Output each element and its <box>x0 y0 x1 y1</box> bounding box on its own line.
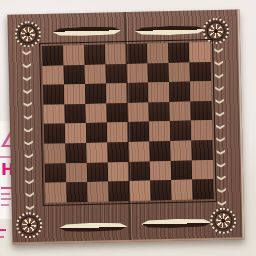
square-r2c6[interactable] <box>148 63 169 83</box>
square-r8c5[interactable] <box>129 181 150 201</box>
square-r4c1[interactable] <box>43 104 64 124</box>
square-r4c3[interactable] <box>85 103 106 123</box>
chevron-icon <box>215 99 224 104</box>
rosette-icon-bottom-right <box>210 208 237 235</box>
square-r7c2[interactable] <box>66 162 87 182</box>
square-r1c8[interactable] <box>189 42 210 62</box>
square-r4c4[interactable] <box>106 103 127 123</box>
square-r3c1[interactable] <box>43 85 64 105</box>
magenta-print-mark <box>0 236 4 238</box>
magenta-print-mark <box>0 229 6 231</box>
square-r3c2[interactable] <box>64 84 85 104</box>
square-r7c6[interactable] <box>150 161 171 181</box>
chevron-icon <box>217 201 226 206</box>
chevron-icon <box>216 163 225 168</box>
square-r4c5[interactable] <box>127 102 148 122</box>
square-r1c4[interactable] <box>105 44 126 64</box>
square-r3c8[interactable] <box>190 81 211 101</box>
square-r3c3[interactable] <box>85 84 106 104</box>
chevron-icon <box>23 115 32 120</box>
square-r6c2[interactable] <box>65 143 86 163</box>
square-r3c6[interactable] <box>148 82 169 102</box>
chevron-icon <box>23 128 32 133</box>
game-board <box>7 9 244 244</box>
square-r8c6[interactable] <box>150 180 171 200</box>
square-r8c2[interactable] <box>66 182 87 202</box>
chevron-icon <box>24 140 33 145</box>
square-r6c6[interactable] <box>149 141 170 161</box>
chevron-icon <box>214 61 223 66</box>
square-r7c5[interactable] <box>129 161 150 181</box>
square-r4c6[interactable] <box>148 102 169 122</box>
square-r5c2[interactable] <box>65 123 86 143</box>
box-fine-print-line <box>1 204 9 206</box>
square-r2c4[interactable] <box>106 64 127 84</box>
square-r7c1[interactable] <box>45 163 66 183</box>
box-fine-print-line <box>1 193 10 195</box>
square-r3c4[interactable] <box>106 83 127 103</box>
chevron-icon <box>217 188 226 193</box>
square-r1c1[interactable] <box>42 45 63 65</box>
square-r3c7[interactable] <box>169 82 190 102</box>
diamond-inlay-top-right <box>135 25 205 36</box>
square-r7c7[interactable] <box>171 160 192 180</box>
chevron-icon <box>215 124 224 129</box>
square-r6c8[interactable] <box>191 140 212 160</box>
chevron-icon <box>25 192 34 197</box>
square-r8c8[interactable] <box>192 179 213 199</box>
chevron-icon <box>23 102 32 107</box>
square-r5c3[interactable] <box>86 123 107 143</box>
square-r8c1[interactable] <box>45 183 66 203</box>
rosette-icon-bottom-left <box>16 212 43 239</box>
square-r8c7[interactable] <box>171 180 192 200</box>
rosette-icon-top-left <box>15 21 42 48</box>
chevron-icon <box>24 166 33 171</box>
square-r2c5[interactable] <box>127 63 148 83</box>
chevron-icon <box>214 48 223 53</box>
square-r1c2[interactable] <box>63 45 84 65</box>
square-r7c8[interactable] <box>192 160 213 180</box>
square-r7c4[interactable] <box>108 162 129 182</box>
chevron-icon <box>22 50 31 55</box>
square-r5c7[interactable] <box>170 121 191 141</box>
chevron-icon <box>24 153 33 158</box>
square-r2c2[interactable] <box>64 65 85 85</box>
square-r2c7[interactable] <box>169 62 190 82</box>
box-fine-print-line <box>1 198 11 200</box>
diamond-inlay-bottom-left <box>59 222 127 233</box>
diamond-inlay-top-left <box>53 26 121 37</box>
square-r5c8[interactable] <box>191 120 212 140</box>
square-r4c7[interactable] <box>169 101 190 121</box>
square-r6c4[interactable] <box>107 142 128 162</box>
chevron-icon <box>22 76 31 81</box>
square-r1c3[interactable] <box>84 44 105 64</box>
square-r6c5[interactable] <box>128 141 149 161</box>
square-r2c1[interactable] <box>43 65 64 85</box>
square-r6c3[interactable] <box>86 142 107 162</box>
square-r4c2[interactable] <box>64 104 85 124</box>
square-r3c5[interactable] <box>127 83 148 103</box>
square-r1c5[interactable] <box>126 43 147 63</box>
chevron-icon <box>215 86 224 91</box>
square-r6c7[interactable] <box>170 140 191 160</box>
square-r6c1[interactable] <box>44 143 65 163</box>
square-r8c4[interactable] <box>108 181 129 201</box>
square-r1c7[interactable] <box>168 43 189 63</box>
chevron-icon <box>217 175 226 180</box>
chevron-icon <box>215 112 224 117</box>
chevron-icon <box>216 150 225 155</box>
chevron-icon <box>214 73 223 78</box>
square-r5c4[interactable] <box>107 122 128 142</box>
square-r5c1[interactable] <box>44 124 65 144</box>
chevron-icon <box>25 179 34 184</box>
square-r5c6[interactable] <box>149 121 170 141</box>
chevron-inlay-column-left <box>21 50 35 210</box>
chevron-icon <box>25 205 34 210</box>
square-r2c8[interactable] <box>190 62 211 82</box>
square-r7c3[interactable] <box>87 162 108 182</box>
chevron-icon <box>22 63 31 68</box>
diamond-inlay-bottom-right <box>141 218 211 229</box>
square-r2c3[interactable] <box>85 64 106 84</box>
chevron-icon <box>23 89 32 94</box>
square-r8c3[interactable] <box>87 182 108 202</box>
square-r4c8[interactable] <box>190 101 211 121</box>
square-r1c6[interactable] <box>147 43 168 63</box>
photo-scene: H <box>0 0 256 256</box>
chevron-icon <box>216 137 225 142</box>
square-r5c5[interactable] <box>128 122 149 142</box>
